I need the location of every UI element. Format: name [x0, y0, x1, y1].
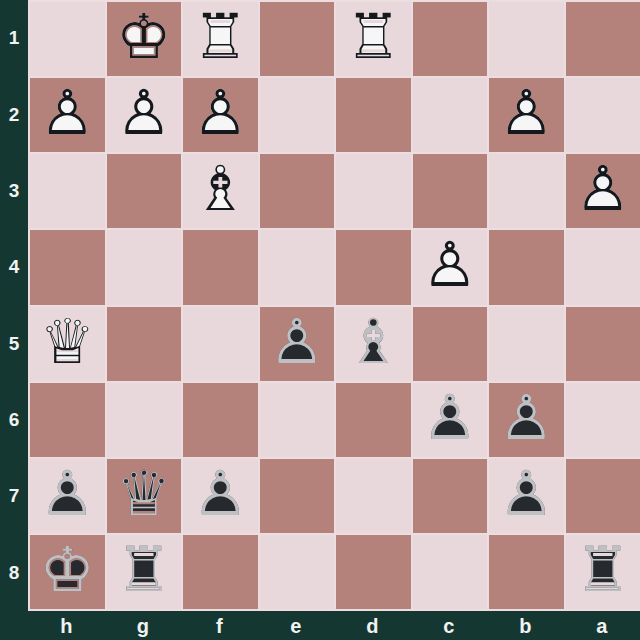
- black-pawn: ♟♙: [269, 311, 325, 373]
- square-h1[interactable]: [30, 2, 105, 76]
- white-pawn: ♟♙: [575, 158, 631, 220]
- piece-outline-glyph: ♙: [498, 387, 554, 449]
- file-label-d: d: [334, 611, 411, 640]
- piece-outline-glyph: ♙: [39, 463, 95, 525]
- square-c8[interactable]: [413, 535, 488, 609]
- square-c3[interactable]: [413, 154, 488, 228]
- white-pawn: ♟♙: [39, 82, 95, 144]
- square-b5[interactable]: [489, 307, 564, 381]
- piece-outline-glyph: ♙: [575, 158, 631, 220]
- square-g2[interactable]: ♟♙: [107, 78, 182, 152]
- square-f3[interactable]: ♝♗: [183, 154, 258, 228]
- square-d6[interactable]: [336, 383, 411, 457]
- piece-outline-glyph: ♙: [422, 387, 478, 449]
- square-e7[interactable]: [260, 459, 335, 533]
- black-pawn: ♟♙: [498, 387, 554, 449]
- square-e8[interactable]: [260, 535, 335, 609]
- square-e6[interactable]: [260, 383, 335, 457]
- square-f4[interactable]: [183, 230, 258, 304]
- black-pawn: ♟♙: [422, 387, 478, 449]
- white-pawn: ♟♙: [192, 82, 248, 144]
- chess-board-frame: 12345678 ♚♔♜♖♜♖♟♙♟♙♟♙♟♙♝♗♟♙♟♙♛♕♟♙♝♗♟♙♟♙♟…: [0, 0, 640, 640]
- rank-label-5: 5: [0, 306, 28, 382]
- square-d8[interactable]: [336, 535, 411, 609]
- rank-label-2: 2: [0, 76, 28, 152]
- white-pawn: ♟♙: [422, 234, 478, 296]
- square-c7[interactable]: [413, 459, 488, 533]
- piece-outline-glyph: ♕: [116, 463, 172, 525]
- square-a6[interactable]: [566, 383, 640, 457]
- square-a5[interactable]: [566, 307, 640, 381]
- square-e5[interactable]: ♟♙: [260, 307, 335, 381]
- white-rook: ♜♖: [345, 6, 401, 68]
- square-f6[interactable]: [183, 383, 258, 457]
- square-c6[interactable]: ♟♙: [413, 383, 488, 457]
- piece-outline-glyph: ♔: [39, 539, 95, 601]
- file-label-c: c: [411, 611, 488, 640]
- piece-outline-glyph: ♙: [269, 311, 325, 373]
- square-b1[interactable]: [489, 2, 564, 76]
- square-d5[interactable]: ♝♗: [336, 307, 411, 381]
- square-d7[interactable]: [336, 459, 411, 533]
- piece-outline-glyph: ♙: [422, 234, 478, 296]
- square-a1[interactable]: [566, 2, 640, 76]
- square-h2[interactable]: ♟♙: [30, 78, 105, 152]
- square-a8[interactable]: ♜♖: [566, 535, 640, 609]
- rank-label-7: 7: [0, 458, 28, 534]
- square-c5[interactable]: [413, 307, 488, 381]
- square-e3[interactable]: [260, 154, 335, 228]
- piece-outline-glyph: ♙: [39, 82, 95, 144]
- square-d3[interactable]: [336, 154, 411, 228]
- square-b4[interactable]: [489, 230, 564, 304]
- square-c4[interactable]: ♟♙: [413, 230, 488, 304]
- square-c2[interactable]: [413, 78, 488, 152]
- piece-outline-glyph: ♙: [498, 82, 554, 144]
- square-d2[interactable]: [336, 78, 411, 152]
- piece-outline-glyph: ♖: [116, 539, 172, 601]
- square-a2[interactable]: [566, 78, 640, 152]
- square-g6[interactable]: [107, 383, 182, 457]
- piece-outline-glyph: ♙: [192, 463, 248, 525]
- square-a4[interactable]: [566, 230, 640, 304]
- file-labels: hgfedcba: [28, 611, 640, 640]
- square-c1[interactable]: [413, 2, 488, 76]
- square-g8[interactable]: ♜♖: [107, 535, 182, 609]
- square-f1[interactable]: ♜♖: [183, 2, 258, 76]
- square-e2[interactable]: [260, 78, 335, 152]
- black-rook: ♜♖: [116, 539, 172, 601]
- white-pawn: ♟♙: [498, 82, 554, 144]
- rank-labels: 12345678: [0, 0, 28, 611]
- white-rook: ♜♖: [192, 6, 248, 68]
- square-d1[interactable]: ♜♖: [336, 2, 411, 76]
- rank-label-1: 1: [0, 0, 28, 76]
- white-queen: ♛♕: [39, 311, 95, 373]
- square-b7[interactable]: ♟♙: [489, 459, 564, 533]
- square-b8[interactable]: [489, 535, 564, 609]
- square-h6[interactable]: [30, 383, 105, 457]
- piece-outline-glyph: ♗: [192, 158, 248, 220]
- file-label-b: b: [487, 611, 564, 640]
- square-h3[interactable]: [30, 154, 105, 228]
- square-h4[interactable]: [30, 230, 105, 304]
- piece-outline-glyph: ♔: [116, 6, 172, 68]
- file-label-a: a: [564, 611, 640, 640]
- black-pawn: ♟♙: [192, 463, 248, 525]
- black-pawn: ♟♙: [498, 463, 554, 525]
- rank-label-3: 3: [0, 153, 28, 229]
- white-pawn: ♟♙: [116, 82, 172, 144]
- square-b3[interactable]: [489, 154, 564, 228]
- board-corner: [0, 611, 28, 640]
- square-h7[interactable]: ♟♙: [30, 459, 105, 533]
- square-b6[interactable]: ♟♙: [489, 383, 564, 457]
- file-label-h: h: [28, 611, 105, 640]
- square-e1[interactable]: [260, 2, 335, 76]
- white-bishop: ♝♗: [192, 158, 248, 220]
- square-f2[interactable]: ♟♙: [183, 78, 258, 152]
- piece-outline-glyph: ♙: [498, 463, 554, 525]
- square-g1[interactable]: ♚♔: [107, 2, 182, 76]
- square-g5[interactable]: [107, 307, 182, 381]
- rank-label-8: 8: [0, 535, 28, 611]
- square-e4[interactable]: [260, 230, 335, 304]
- black-queen: ♛♕: [116, 463, 172, 525]
- white-king: ♚♔: [116, 6, 172, 68]
- square-d4[interactable]: [336, 230, 411, 304]
- square-f8[interactable]: [183, 535, 258, 609]
- black-bishop: ♝♗: [345, 311, 401, 373]
- file-label-f: f: [181, 611, 258, 640]
- square-g7[interactable]: ♛♕: [107, 459, 182, 533]
- rank-label-6: 6: [0, 382, 28, 458]
- rank-label-4: 4: [0, 229, 28, 305]
- square-h8[interactable]: ♚♔: [30, 535, 105, 609]
- square-a7[interactable]: [566, 459, 640, 533]
- black-king: ♚♔: [39, 539, 95, 601]
- piece-outline-glyph: ♙: [116, 82, 172, 144]
- square-b2[interactable]: ♟♙: [489, 78, 564, 152]
- black-pawn: ♟♙: [39, 463, 95, 525]
- piece-outline-glyph: ♖: [575, 539, 631, 601]
- square-h5[interactable]: ♛♕: [30, 307, 105, 381]
- file-label-g: g: [105, 611, 182, 640]
- square-g3[interactable]: [107, 154, 182, 228]
- piece-outline-glyph: ♗: [345, 311, 401, 373]
- file-label-e: e: [258, 611, 335, 640]
- black-rook: ♜♖: [575, 539, 631, 601]
- square-a3[interactable]: ♟♙: [566, 154, 640, 228]
- square-g4[interactable]: [107, 230, 182, 304]
- board: ♚♔♜♖♜♖♟♙♟♙♟♙♟♙♝♗♟♙♟♙♛♕♟♙♝♗♟♙♟♙♟♙♛♕♟♙♟♙♚♔…: [28, 0, 640, 611]
- square-f5[interactable]: [183, 307, 258, 381]
- piece-outline-glyph: ♖: [192, 6, 248, 68]
- piece-outline-glyph: ♖: [345, 6, 401, 68]
- square-f7[interactable]: ♟♙: [183, 459, 258, 533]
- piece-outline-glyph: ♕: [39, 311, 95, 373]
- piece-outline-glyph: ♙: [192, 82, 248, 144]
